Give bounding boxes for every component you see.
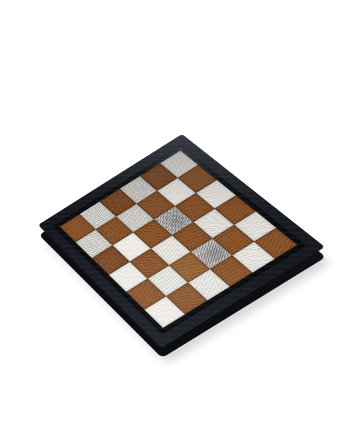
tray-frame — [38, 134, 325, 348]
product-photo — [0, 0, 350, 425]
tray-well — [53, 145, 307, 334]
